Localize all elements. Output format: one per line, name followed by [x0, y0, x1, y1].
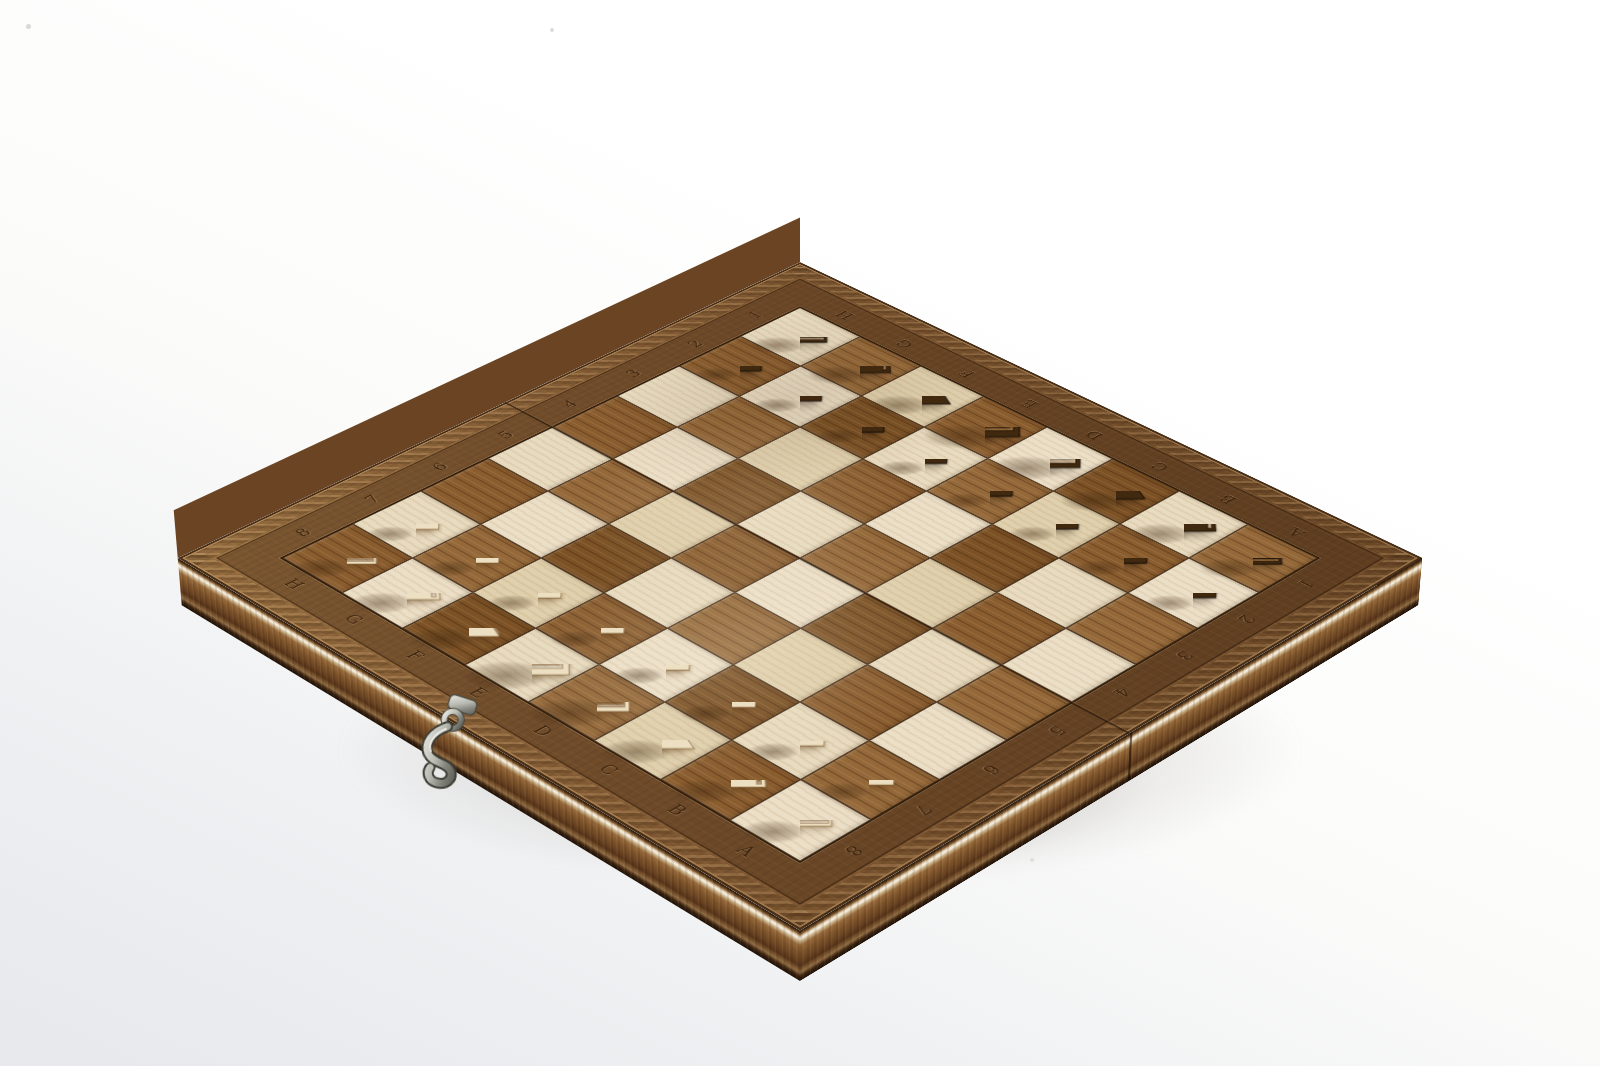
dust-speck: [26, 24, 31, 29]
scene: HGFEDCBAHGFEDCBA8765432187654321 ♜♟♟♜♞♟♟…: [0, 0, 1600, 1066]
piece-shadow: [739, 820, 807, 844]
clasp-latch: [392, 688, 501, 800]
piece-shadow: [1143, 595, 1196, 612]
piece-shadow: [667, 779, 739, 804]
dust-speck: [550, 28, 554, 32]
piece-shadow: [345, 592, 415, 614]
piece-shadow: [597, 739, 673, 765]
latch-hook-icon: [418, 690, 489, 785]
piece-shadow: [1074, 560, 1126, 577]
piece-shadow: [525, 698, 614, 728]
